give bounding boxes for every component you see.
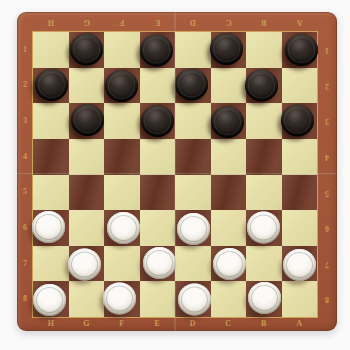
file-label-A: A [282, 12, 318, 32]
rank-label-7: 7 [317, 246, 337, 282]
rank-label-8: 8 [17, 281, 33, 317]
square-F2[interactable] [104, 68, 140, 104]
rank-label-3: 3 [317, 103, 337, 139]
square-E7[interactable] [140, 246, 176, 282]
file-label-C: C [211, 12, 247, 32]
square-H2[interactable] [33, 68, 69, 104]
file-label-G: G [69, 317, 105, 331]
square-C8[interactable] [211, 281, 247, 317]
square-A6[interactable] [282, 210, 318, 246]
square-F1[interactable] [104, 32, 140, 68]
black-piece-G3[interactable] [71, 104, 104, 136]
white-piece-G7[interactable] [68, 248, 101, 280]
square-H4[interactable] [33, 139, 69, 175]
square-E2[interactable] [140, 68, 176, 104]
file-label-E: E [140, 317, 176, 331]
file-label-G: G [69, 12, 105, 32]
white-piece-D6[interactable] [177, 213, 210, 245]
square-C6[interactable] [211, 210, 247, 246]
black-piece-G1[interactable] [70, 33, 103, 65]
square-G6[interactable] [69, 210, 105, 246]
square-G5[interactable] [69, 175, 105, 211]
square-B2[interactable] [246, 68, 282, 104]
rank-label-6: 6 [17, 210, 33, 246]
rank-label-5: 5 [17, 175, 33, 211]
square-D4[interactable] [175, 139, 211, 175]
square-F7[interactable] [104, 246, 140, 282]
square-C1[interactable] [211, 32, 247, 68]
square-A4[interactable] [282, 139, 318, 175]
black-piece-H2[interactable] [35, 69, 68, 101]
square-D1[interactable] [175, 32, 211, 68]
file-label-A: A [282, 317, 318, 331]
square-H7[interactable] [33, 246, 69, 282]
square-C5[interactable] [211, 175, 247, 211]
rank-label-4: 4 [17, 139, 33, 175]
file-label-F: F [104, 12, 140, 32]
black-piece-C1[interactable] [210, 33, 243, 65]
square-A3[interactable] [282, 103, 318, 139]
square-B6[interactable] [246, 210, 282, 246]
square-H3[interactable] [33, 103, 69, 139]
black-piece-A1[interactable] [285, 34, 318, 66]
square-E4[interactable] [140, 139, 176, 175]
square-D5[interactable] [175, 175, 211, 211]
black-piece-B2[interactable] [245, 70, 278, 102]
rank-label-1: 1 [17, 32, 33, 68]
file-label-F: F [104, 317, 140, 331]
white-piece-B6[interactable] [247, 211, 280, 243]
black-piece-E3[interactable] [141, 105, 174, 137]
square-G1[interactable] [69, 32, 105, 68]
square-G7[interactable] [69, 246, 105, 282]
file-label-H: H [33, 12, 69, 32]
white-piece-B8[interactable] [248, 282, 281, 314]
square-E1[interactable] [140, 32, 176, 68]
square-E6[interactable] [140, 210, 176, 246]
square-B8[interactable] [246, 281, 282, 317]
rank-label-8: 8 [317, 281, 337, 317]
square-D8[interactable] [175, 281, 211, 317]
checkers-board: HGFEDCBA HGFEDCBA 12345678 12345678 [17, 12, 337, 331]
square-D3[interactable] [175, 103, 211, 139]
board-squares [33, 32, 317, 317]
photo-background: HGFEDCBA HGFEDCBA 12345678 12345678 [0, 0, 350, 350]
white-piece-C7[interactable] [213, 248, 246, 280]
file-label-D: D [175, 317, 211, 331]
square-D6[interactable] [175, 210, 211, 246]
square-G4[interactable] [69, 139, 105, 175]
file-labels-top: HGFEDCBA [33, 12, 317, 32]
file-label-B: B [246, 12, 282, 32]
square-H5[interactable] [33, 175, 69, 211]
square-D7[interactable] [175, 246, 211, 282]
file-label-H: H [33, 317, 69, 331]
white-piece-F6[interactable] [107, 212, 140, 244]
square-G2[interactable] [69, 68, 105, 104]
square-H1[interactable] [33, 32, 69, 68]
square-C3[interactable] [211, 103, 247, 139]
file-label-D: D [175, 12, 211, 32]
square-F4[interactable] [104, 139, 140, 175]
black-piece-A3[interactable] [281, 105, 314, 137]
square-A1[interactable] [282, 32, 318, 68]
square-H6[interactable] [33, 210, 69, 246]
white-piece-H6[interactable] [32, 211, 65, 243]
square-B1[interactable] [246, 32, 282, 68]
square-F3[interactable] [104, 103, 140, 139]
rank-labels-right: 12345678 [317, 32, 337, 317]
square-E5[interactable] [140, 175, 176, 211]
square-A2[interactable] [282, 68, 318, 104]
white-piece-H8[interactable] [33, 284, 66, 316]
file-label-C: C [211, 317, 247, 331]
square-C2[interactable] [211, 68, 247, 104]
black-piece-D2[interactable] [175, 69, 208, 101]
square-F6[interactable] [104, 210, 140, 246]
square-F8[interactable] [104, 281, 140, 317]
white-piece-F8[interactable] [103, 283, 136, 315]
square-B5[interactable] [246, 175, 282, 211]
file-labels-bottom: HGFEDCBA [33, 317, 317, 331]
rank-label-1: 1 [317, 32, 337, 68]
square-G8[interactable] [69, 281, 105, 317]
square-H8[interactable] [33, 281, 69, 317]
rank-label-6: 6 [317, 210, 337, 246]
rank-labels-left: 12345678 [17, 32, 33, 317]
square-A5[interactable] [282, 175, 318, 211]
file-label-B: B [246, 317, 282, 331]
square-D2[interactable] [175, 68, 211, 104]
square-F5[interactable] [104, 175, 140, 211]
square-E3[interactable] [140, 103, 176, 139]
white-piece-A7[interactable] [283, 249, 316, 281]
square-B7[interactable] [246, 246, 282, 282]
black-piece-C3[interactable] [211, 106, 244, 138]
rank-label-3: 3 [17, 103, 33, 139]
rank-label-5: 5 [317, 175, 337, 211]
square-A7[interactable] [282, 246, 318, 282]
rank-label-4: 4 [317, 139, 337, 175]
white-piece-D8[interactable] [178, 284, 211, 316]
rank-label-2: 2 [17, 68, 33, 104]
square-B3[interactable] [246, 103, 282, 139]
file-label-E: E [140, 12, 176, 32]
rank-label-2: 2 [317, 68, 337, 104]
black-piece-E1[interactable] [140, 34, 173, 66]
white-piece-E7[interactable] [143, 247, 176, 279]
rank-label-7: 7 [17, 246, 33, 282]
square-C4[interactable] [211, 139, 247, 175]
square-A8[interactable] [282, 281, 318, 317]
square-G3[interactable] [69, 103, 105, 139]
square-E8[interactable] [140, 281, 176, 317]
square-B4[interactable] [246, 139, 282, 175]
square-C7[interactable] [211, 246, 247, 282]
black-piece-F2[interactable] [105, 70, 138, 102]
